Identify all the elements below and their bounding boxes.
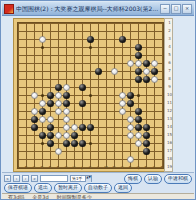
row-coordinate-label: 11 (165, 101, 174, 105)
move-counter-spinner[interactable]: 第1手 ▲▼ (70, 175, 92, 182)
spinner-arrows-icon[interactable]: ▲▼ (85, 176, 91, 182)
save-record-button[interactable]: 保存棋谱 (4, 183, 32, 193)
toolbar-row-2: 保存棋谱 退出 暂时离开 自动数子 返回 (4, 183, 192, 192)
move-counter-value: 第1手 (72, 176, 83, 181)
black-stone[interactable] (127, 92, 134, 99)
white-stone[interactable] (127, 124, 134, 131)
white-stone[interactable] (63, 124, 70, 131)
row-coordinate-label: 14 (165, 125, 174, 129)
status-message: 时间限制是多少 (57, 194, 92, 200)
white-stone[interactable] (55, 108, 62, 115)
white-stone[interactable] (55, 132, 62, 139)
column-coordinate-label: E (46, 166, 54, 170)
star-point (89, 46, 92, 49)
row-coordinate-label: 4 (165, 45, 174, 49)
white-stone[interactable] (127, 60, 134, 67)
move-number-input[interactable] (40, 175, 68, 182)
row-coordinate-label: 13 (165, 117, 174, 121)
black-stone[interactable] (79, 100, 86, 107)
right-coordinates: 12345678910111213141516171819 (164, 18, 173, 172)
column-coordinate-label: F (54, 166, 62, 170)
go-board[interactable]: ABCDEFGHJKLMNOPQRST (13, 18, 173, 172)
title-bar: 中国围棋(2)：大奖赛之观摩棋局--大师杯2003(第2)浅醉光(黑)2段邀请热… (2, 2, 194, 16)
white-stone[interactable] (151, 60, 158, 67)
status-bar: 有3d吗全是3d时间限制是多少 (2, 193, 194, 200)
black-stone[interactable] (39, 108, 46, 115)
black-stone[interactable] (79, 140, 86, 147)
black-stone[interactable] (143, 132, 150, 139)
black-stone[interactable] (135, 124, 142, 131)
black-stone[interactable] (87, 36, 94, 43)
window-title: 中国围棋(2)：大奖赛之观摩棋局--大师杯2003(第2)浅醉光(黑)2段邀请热… (16, 5, 159, 13)
column-coordinate-label: O (118, 166, 126, 170)
star-point (41, 46, 44, 49)
column-coordinate-label: K (86, 166, 94, 170)
black-stone[interactable] (95, 68, 102, 75)
column-coordinate-label: R (142, 166, 150, 170)
star-point (89, 142, 92, 145)
star-point (137, 94, 140, 97)
white-stone[interactable] (39, 36, 46, 43)
column-coordinate-label: A (14, 166, 22, 170)
column-coordinate-label: G (62, 166, 70, 170)
white-stone[interactable] (39, 116, 46, 123)
white-stone[interactable] (119, 100, 126, 107)
column-coordinate-label: L (94, 166, 102, 170)
black-stone[interactable] (135, 76, 142, 83)
star-point (41, 94, 44, 97)
white-stone[interactable] (55, 100, 62, 107)
nav-next-button[interactable]: › (22, 175, 29, 182)
column-coordinate-label: P (126, 166, 134, 170)
white-stone[interactable] (63, 108, 70, 115)
black-stone[interactable] (55, 84, 62, 91)
black-stone[interactable] (127, 100, 134, 107)
star-point (41, 142, 44, 145)
app-window: 中国围棋(2)：大奖赛之观摩棋局--大师杯2003(第2)浅醉光(黑)2段邀请热… (0, 0, 196, 200)
row-coordinate-label: 8 (165, 77, 174, 81)
white-stone[interactable] (135, 140, 142, 147)
column-coordinate-label: D (38, 166, 46, 170)
row-coordinate-label: 3 (165, 37, 174, 41)
white-stone[interactable] (31, 108, 38, 115)
row-coordinate-label: 19 (165, 165, 174, 169)
black-stone[interactable] (39, 132, 46, 139)
black-stone[interactable] (63, 140, 70, 147)
toolbar-row-1: « ‹ › » 第1手 ▲▼ 悔棋 认输 申请和棋 (4, 174, 192, 183)
black-stone[interactable] (47, 124, 54, 131)
white-stone[interactable] (151, 76, 158, 83)
return-button[interactable]: 返回 (114, 183, 132, 193)
white-stone[interactable] (111, 68, 118, 75)
row-coordinate-label: 1 (165, 21, 174, 25)
black-stone[interactable] (63, 92, 70, 99)
black-stone[interactable] (63, 100, 70, 107)
row-coordinate-label: 17 (165, 149, 174, 153)
column-coordinate-label: N (110, 166, 118, 170)
white-stone[interactable] (63, 132, 70, 139)
column-coordinate-label: J (78, 166, 86, 170)
white-stone[interactable] (55, 92, 62, 99)
status-message: 有3d吗 (8, 194, 24, 200)
row-coordinate-label: 2 (165, 29, 174, 33)
white-stone[interactable] (143, 68, 150, 75)
row-coordinate-label: 7 (165, 69, 174, 73)
white-stone[interactable] (127, 156, 134, 163)
black-stone[interactable] (71, 140, 78, 147)
black-stone[interactable] (47, 100, 54, 107)
black-stone[interactable] (119, 36, 126, 43)
black-stone[interactable] (71, 132, 78, 139)
black-stone[interactable] (135, 108, 142, 115)
black-stone[interactable] (135, 52, 142, 59)
black-stone[interactable] (135, 116, 142, 123)
black-stone[interactable] (79, 124, 86, 131)
white-stone[interactable] (63, 116, 70, 123)
status-message: 全是3d (32, 194, 48, 200)
row-coordinate-label: 18 (165, 157, 174, 161)
black-stone[interactable] (135, 68, 142, 75)
row-coordinate-label: 5 (165, 53, 174, 57)
row-coordinate-label: 16 (165, 141, 174, 145)
black-stone[interactable] (143, 60, 150, 67)
column-coordinate-label: H (70, 166, 78, 170)
white-stone[interactable] (135, 132, 142, 139)
column-coordinate-label: M (102, 166, 110, 170)
black-stone[interactable] (47, 92, 54, 99)
column-coordinate-label: C (30, 166, 38, 170)
white-stone[interactable] (127, 132, 134, 139)
column-coordinate-label: S (150, 166, 158, 170)
black-stone[interactable] (31, 116, 38, 123)
white-stone[interactable] (119, 108, 126, 115)
row-coordinate-label: 10 (165, 93, 174, 97)
auto-count-button[interactable]: 自动数子 (84, 183, 112, 193)
board-grid[interactable] (18, 23, 163, 168)
white-stone[interactable] (55, 148, 62, 155)
nav-prev-button[interactable]: ‹ (13, 175, 20, 182)
black-stone[interactable] (87, 124, 94, 131)
toolbar: « ‹ › » 第1手 ▲▼ 悔棋 认输 申请和棋 保存棋谱 退出 暂时离开 自… (2, 172, 194, 193)
black-stone[interactable] (79, 84, 86, 91)
column-coordinate-label: Q (134, 166, 142, 170)
row-coordinate-label: 6 (165, 61, 174, 65)
black-stone[interactable] (143, 148, 150, 155)
white-stone[interactable] (119, 92, 126, 99)
resign-button[interactable]: 认输 (144, 174, 162, 184)
white-stone[interactable] (71, 124, 78, 131)
row-coordinate-label: 9 (165, 85, 174, 89)
black-stone[interactable] (47, 132, 54, 139)
white-stone[interactable] (39, 100, 46, 107)
star-point (89, 94, 92, 97)
white-stone[interactable] (31, 92, 38, 99)
black-stone[interactable] (143, 124, 150, 131)
black-stone[interactable] (47, 140, 54, 147)
white-stone[interactable] (63, 84, 70, 91)
white-stone[interactable] (127, 116, 134, 123)
nav-first-button[interactable]: « (4, 175, 11, 182)
close-button[interactable]: × (182, 4, 192, 14)
offer-draw-button[interactable]: 申请和棋 (164, 174, 192, 184)
app-icon (4, 4, 14, 14)
black-stone[interactable] (151, 68, 158, 75)
black-stone[interactable] (31, 124, 38, 131)
exit-button[interactable]: 退出 (34, 183, 52, 193)
white-stone[interactable] (135, 60, 142, 67)
black-stone[interactable] (143, 76, 150, 83)
white-stone[interactable] (47, 116, 54, 123)
black-stone[interactable] (143, 140, 150, 147)
minimize-button[interactable]: ─ (160, 4, 170, 14)
column-coordinate-label: B (22, 166, 30, 170)
leave-temporarily-button[interactable]: 暂时离开 (54, 183, 82, 193)
row-coordinate-label: 12 (165, 109, 174, 113)
black-stone[interactable] (135, 44, 142, 51)
nav-last-button[interactable]: » (31, 175, 38, 182)
row-coordinate-label: 15 (165, 133, 174, 137)
maximize-button[interactable]: □ (171, 4, 181, 14)
